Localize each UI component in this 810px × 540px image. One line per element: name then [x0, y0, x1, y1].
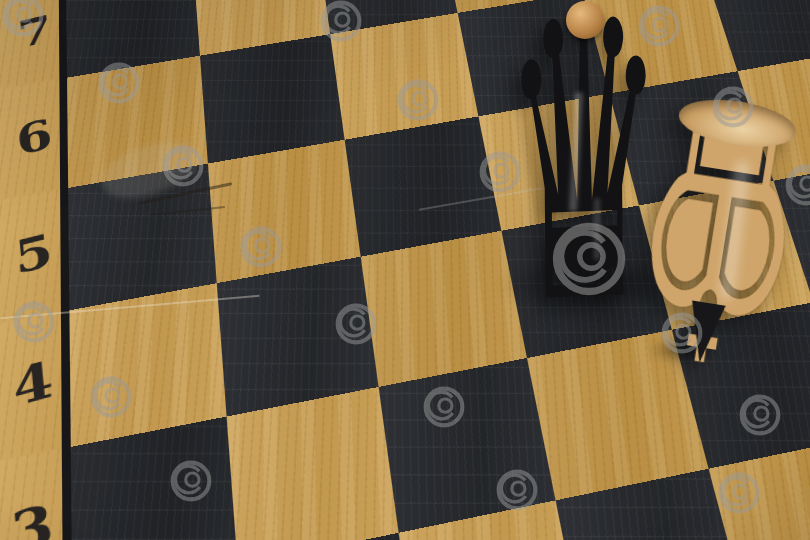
queen-gloss-highlight	[594, 198, 600, 260]
rank-label-5: 5	[0, 188, 69, 327]
rank-label-4: 4	[0, 310, 71, 465]
rank-number: 5	[12, 227, 54, 281]
rank-label-6: 6	[0, 78, 68, 203]
chessboard-photo: 87654321 ♛ ♚	[0, 0, 810, 540]
rank-number: 3	[9, 496, 56, 540]
rank-number: 4	[11, 354, 55, 414]
rank-label-7: 7	[0, 0, 67, 91]
queen-ball-finial	[566, 1, 604, 39]
rank-label-3: 3	[0, 447, 72, 540]
rank-number: 6	[14, 113, 54, 162]
rank-number: 7	[16, 10, 54, 54]
